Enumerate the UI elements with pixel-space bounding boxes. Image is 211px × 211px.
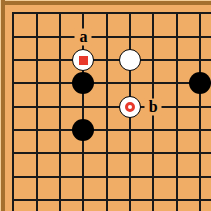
grid-line-vertical bbox=[59, 48, 61, 71]
board-intersection[interactable] bbox=[48, 48, 71, 71]
grid-line-vertical bbox=[12, 12, 14, 25]
board-intersection[interactable] bbox=[95, 118, 118, 141]
grid-line-vertical bbox=[36, 25, 38, 48]
grid-line-vertical bbox=[59, 142, 61, 165]
board-intersection[interactable] bbox=[142, 165, 165, 188]
grid-line-vertical bbox=[152, 25, 154, 48]
grid-line-vertical bbox=[106, 48, 108, 71]
grid-line-vertical bbox=[176, 48, 178, 71]
grid-line-vertical bbox=[36, 142, 38, 165]
board-intersection[interactable] bbox=[2, 48, 25, 71]
grid-line-vertical bbox=[12, 165, 14, 188]
board-intersection[interactable] bbox=[165, 118, 188, 141]
grid-line-vertical bbox=[199, 165, 201, 188]
white-stone bbox=[119, 49, 141, 71]
board-intersection[interactable] bbox=[188, 25, 211, 48]
board-intersection[interactable] bbox=[188, 95, 211, 118]
board-intersection[interactable] bbox=[165, 72, 188, 95]
black-stone bbox=[189, 72, 211, 94]
grid-line-vertical bbox=[176, 118, 178, 141]
board-intersection[interactable] bbox=[25, 95, 48, 118]
grid-line-vertical bbox=[36, 118, 38, 141]
board-intersection[interactable] bbox=[165, 25, 188, 48]
board-intersection[interactable] bbox=[95, 165, 118, 188]
board-intersection[interactable] bbox=[142, 2, 165, 25]
board-intersection[interactable] bbox=[118, 72, 141, 95]
board-intersection[interactable] bbox=[142, 118, 165, 141]
board-intersection[interactable] bbox=[72, 188, 95, 211]
board-intersection[interactable] bbox=[48, 2, 71, 25]
point-label-a: a bbox=[75, 28, 92, 45]
grid-line-vertical bbox=[36, 165, 38, 188]
board-intersection[interactable] bbox=[188, 118, 211, 141]
board-intersection[interactable] bbox=[95, 25, 118, 48]
board-intersection[interactable] bbox=[25, 2, 48, 25]
board-intersection[interactable] bbox=[25, 142, 48, 165]
board-intersection[interactable] bbox=[48, 95, 71, 118]
grid-line-vertical bbox=[129, 142, 131, 165]
go-board-diagram: ab bbox=[0, 0, 211, 211]
board-intersection[interactable] bbox=[188, 142, 211, 165]
grid-line-vertical bbox=[12, 188, 14, 211]
grid-line-vertical bbox=[199, 142, 201, 165]
board-intersection[interactable] bbox=[72, 2, 95, 25]
board-intersection[interactable] bbox=[48, 165, 71, 188]
grid-line-vertical bbox=[36, 72, 38, 95]
board-intersection[interactable] bbox=[142, 48, 165, 71]
grid-line-vertical bbox=[199, 12, 201, 25]
board-intersection[interactable]: a bbox=[72, 25, 95, 48]
grid-line-vertical bbox=[129, 188, 131, 211]
grid-line-vertical bbox=[129, 12, 131, 25]
grid-line-vertical bbox=[152, 48, 154, 71]
grid-line-vertical bbox=[176, 25, 178, 48]
board-edge-left bbox=[0, 0, 5, 211]
board-intersection[interactable] bbox=[118, 142, 141, 165]
board-intersection[interactable] bbox=[48, 142, 71, 165]
board-intersection[interactable] bbox=[95, 48, 118, 71]
grid-line-vertical bbox=[176, 12, 178, 25]
grid-line-vertical bbox=[176, 165, 178, 188]
board-intersection[interactable] bbox=[2, 25, 25, 48]
board-intersection[interactable] bbox=[95, 188, 118, 211]
board-grid: ab bbox=[2, 2, 211, 211]
grid-line-vertical bbox=[199, 25, 201, 48]
grid-line-vertical bbox=[59, 188, 61, 211]
grid-line-vertical bbox=[59, 12, 61, 25]
board-intersection[interactable] bbox=[118, 118, 141, 141]
board-intersection[interactable] bbox=[188, 188, 211, 211]
board-intersection[interactable] bbox=[72, 72, 95, 95]
board-intersection[interactable] bbox=[118, 2, 141, 25]
square-mark-icon bbox=[79, 56, 88, 65]
board-intersection[interactable] bbox=[48, 118, 71, 141]
board-intersection[interactable] bbox=[25, 118, 48, 141]
grid-line-vertical bbox=[152, 72, 154, 95]
board-intersection[interactable] bbox=[2, 2, 25, 25]
board-intersection[interactable] bbox=[142, 188, 165, 211]
grid-line-vertical bbox=[82, 142, 84, 165]
grid-line-vertical bbox=[129, 25, 131, 48]
black-stone bbox=[72, 72, 94, 94]
board-intersection[interactable] bbox=[165, 2, 188, 25]
grid-line-vertical bbox=[82, 12, 84, 25]
board-intersection[interactable] bbox=[72, 142, 95, 165]
grid-line-vertical bbox=[152, 165, 154, 188]
board-intersection[interactable] bbox=[25, 165, 48, 188]
grid-line-vertical bbox=[152, 142, 154, 165]
board-intersection[interactable] bbox=[72, 118, 95, 141]
grid-line-vertical bbox=[12, 72, 14, 95]
grid-line-vertical bbox=[129, 118, 131, 141]
board-intersection[interactable] bbox=[118, 95, 141, 118]
board-intersection[interactable] bbox=[2, 188, 25, 211]
board-intersection[interactable] bbox=[142, 25, 165, 48]
board-intersection[interactable] bbox=[142, 142, 165, 165]
board-intersection[interactable] bbox=[118, 48, 141, 71]
grid-line-vertical bbox=[199, 48, 201, 71]
grid-line-vertical bbox=[59, 165, 61, 188]
grid-line-vertical bbox=[82, 188, 84, 211]
grid-line-vertical bbox=[59, 95, 61, 118]
grid-line-vertical bbox=[82, 165, 84, 188]
board-intersection[interactable] bbox=[165, 188, 188, 211]
grid-line-vertical bbox=[129, 72, 131, 95]
grid-line-vertical bbox=[106, 95, 108, 118]
board-intersection[interactable] bbox=[95, 142, 118, 165]
grid-line-vertical bbox=[152, 188, 154, 211]
grid-line-vertical bbox=[106, 142, 108, 165]
grid-line-vertical bbox=[59, 118, 61, 141]
board-intersection[interactable] bbox=[188, 72, 211, 95]
board-intersection[interactable] bbox=[95, 2, 118, 25]
board-intersection[interactable]: b bbox=[142, 95, 165, 118]
grid-line-vertical bbox=[82, 95, 84, 118]
grid-line-vertical bbox=[176, 72, 178, 95]
grid-line-vertical bbox=[36, 95, 38, 118]
grid-line-vertical bbox=[12, 142, 14, 165]
board-intersection[interactable] bbox=[25, 188, 48, 211]
board-intersection[interactable] bbox=[25, 48, 48, 71]
board-intersection[interactable] bbox=[165, 142, 188, 165]
grid-line-vertical bbox=[59, 72, 61, 95]
board-intersection[interactable] bbox=[2, 165, 25, 188]
board-intersection[interactable] bbox=[165, 48, 188, 71]
board-intersection[interactable] bbox=[188, 48, 211, 71]
grid-line-vertical bbox=[106, 72, 108, 95]
grid-line-vertical bbox=[106, 25, 108, 48]
grid-line-vertical bbox=[106, 12, 108, 25]
grid-line-vertical bbox=[176, 142, 178, 165]
board-edge-top bbox=[0, 0, 211, 5]
circle-mark-icon bbox=[125, 102, 135, 112]
grid-line-vertical bbox=[106, 118, 108, 141]
board-intersection[interactable] bbox=[72, 48, 95, 71]
white-stone bbox=[119, 96, 141, 118]
board-intersection[interactable] bbox=[118, 25, 141, 48]
board-intersection[interactable] bbox=[25, 25, 48, 48]
black-stone bbox=[72, 119, 94, 141]
grid-line-vertical bbox=[36, 48, 38, 71]
grid-line-vertical bbox=[152, 118, 154, 141]
board-intersection[interactable] bbox=[188, 165, 211, 188]
board-intersection[interactable] bbox=[95, 95, 118, 118]
point-label-b: b bbox=[145, 98, 162, 115]
grid-line-vertical bbox=[12, 118, 14, 141]
board-intersection[interactable] bbox=[95, 72, 118, 95]
board-intersection[interactable] bbox=[142, 72, 165, 95]
grid-line-vertical bbox=[152, 12, 154, 25]
board-intersection[interactable] bbox=[48, 72, 71, 95]
grid-line-vertical bbox=[12, 25, 14, 48]
grid-line-vertical bbox=[36, 12, 38, 25]
board-intersection[interactable] bbox=[25, 72, 48, 95]
grid-line-vertical bbox=[12, 48, 14, 71]
board-intersection[interactable] bbox=[165, 95, 188, 118]
grid-line-vertical bbox=[176, 95, 178, 118]
grid-line-vertical bbox=[199, 118, 201, 141]
grid-line-vertical bbox=[176, 188, 178, 211]
grid-line-vertical bbox=[129, 165, 131, 188]
grid-line-vertical bbox=[59, 25, 61, 48]
board-intersection[interactable] bbox=[118, 188, 141, 211]
board-intersection[interactable] bbox=[2, 142, 25, 165]
board-intersection[interactable] bbox=[48, 25, 71, 48]
board-intersection[interactable] bbox=[48, 188, 71, 211]
grid-line-vertical bbox=[36, 188, 38, 211]
grid-line-vertical bbox=[12, 95, 14, 118]
board-intersection[interactable] bbox=[2, 118, 25, 141]
board-intersection[interactable] bbox=[118, 165, 141, 188]
board-intersection[interactable] bbox=[188, 2, 211, 25]
grid-line-vertical bbox=[106, 165, 108, 188]
board-intersection[interactable] bbox=[72, 95, 95, 118]
board-intersection[interactable] bbox=[165, 165, 188, 188]
board-intersection[interactable] bbox=[2, 72, 25, 95]
grid-line-vertical bbox=[199, 188, 201, 211]
grid-line-vertical bbox=[199, 95, 201, 118]
board-intersection[interactable] bbox=[2, 95, 25, 118]
grid-line-vertical bbox=[106, 188, 108, 211]
board-intersection[interactable] bbox=[72, 165, 95, 188]
white-stone bbox=[72, 49, 94, 71]
